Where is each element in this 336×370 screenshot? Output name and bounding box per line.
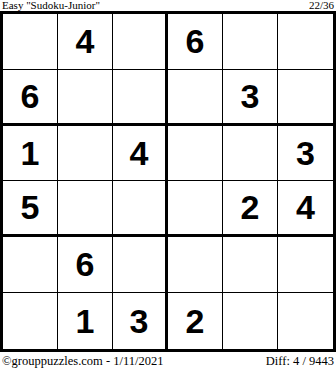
footer: ©grouppuzzles.com - 1/11/2021 Diff: 4 / … [0, 352, 336, 370]
sudoku-board: 46631435246132 [0, 11, 336, 352]
cell-r3c2[interactable] [58, 126, 113, 182]
cell-r2c4[interactable] [168, 70, 223, 126]
cell-r4c2[interactable] [58, 181, 113, 237]
cell-r6c2[interactable]: 1 [58, 293, 113, 349]
cell-r4c5[interactable]: 2 [223, 181, 278, 237]
cell-r6c5[interactable] [223, 293, 278, 349]
cell-r5c1[interactable] [3, 237, 58, 293]
cell-r4c1[interactable]: 5 [3, 181, 58, 237]
cell-r6c1[interactable] [3, 293, 58, 349]
cell-r2c6[interactable] [278, 70, 333, 126]
cell-r1c3[interactable] [113, 14, 168, 70]
cell-r5c2[interactable]: 6 [58, 237, 113, 293]
cell-r6c3[interactable]: 3 [113, 293, 168, 349]
cell-r5c4[interactable] [168, 237, 223, 293]
cell-r1c6[interactable] [278, 14, 333, 70]
cell-r3c1[interactable]: 1 [3, 126, 58, 182]
cell-r5c6[interactable] [278, 237, 333, 293]
cell-r2c3[interactable] [113, 70, 168, 126]
cell-r4c6[interactable]: 4 [278, 181, 333, 237]
cell-r2c5[interactable]: 3 [223, 70, 278, 126]
puzzle-title: Easy "Sudoku-Junior" [2, 0, 100, 11]
cell-r1c1[interactable] [3, 14, 58, 70]
puzzle-page: Easy "Sudoku-Junior" 22/36 4663143524613… [0, 0, 336, 370]
cell-r3c3[interactable]: 4 [113, 126, 168, 182]
cell-r6c6[interactable] [278, 293, 333, 349]
cell-r1c5[interactable] [223, 14, 278, 70]
cell-r1c4[interactable]: 6 [168, 14, 223, 70]
cell-r3c5[interactable] [223, 126, 278, 182]
cell-r4c3[interactable] [113, 181, 168, 237]
cell-r4c4[interactable] [168, 181, 223, 237]
progress-counter: 22/36 [309, 0, 334, 11]
cell-r6c4[interactable]: 2 [168, 293, 223, 349]
cell-r2c1[interactable]: 6 [3, 70, 58, 126]
cell-r2c2[interactable] [58, 70, 113, 126]
cell-r5c3[interactable] [113, 237, 168, 293]
cell-r1c2[interactable]: 4 [58, 14, 113, 70]
cell-r3c6[interactable]: 3 [278, 126, 333, 182]
cell-r3c4[interactable] [168, 126, 223, 182]
cell-r5c5[interactable] [223, 237, 278, 293]
difficulty-text: Diff: 4 / 9443 [266, 352, 334, 370]
header: Easy "Sudoku-Junior" 22/36 [0, 0, 336, 11]
copyright-text: ©grouppuzzles.com - 1/11/2021 [2, 352, 163, 370]
